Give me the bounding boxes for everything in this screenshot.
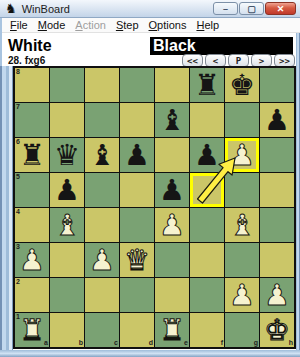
square-h5[interactable] bbox=[260, 173, 294, 207]
white-king: ♚ bbox=[264, 313, 290, 347]
close-button[interactable]: ✕ bbox=[265, 2, 296, 15]
menu-help[interactable]: Help bbox=[191, 19, 224, 31]
chess-board: 8♜♚7♝♟♜6♛♝♟♟♟5♟♟4♝♟♝♟3♟♛2♟♟♜1abcd♜efg♚h bbox=[13, 66, 296, 349]
square-d6[interactable]: ♟ bbox=[120, 138, 154, 172]
file-label-f: f bbox=[221, 339, 223, 347]
square-a4[interactable]: 4 bbox=[15, 208, 49, 242]
square-h2[interactable]: ♟ bbox=[260, 278, 294, 312]
black-rook: ♜ bbox=[19, 138, 45, 172]
square-a8[interactable]: 8 bbox=[15, 68, 49, 102]
square-g7[interactable] bbox=[225, 103, 259, 137]
menu-action: Action bbox=[70, 19, 111, 31]
square-h1[interactable]: ♚h bbox=[260, 313, 294, 347]
menu-step[interactable]: Step bbox=[111, 19, 144, 31]
square-g8[interactable]: ♚ bbox=[225, 68, 259, 102]
file-label-c: c bbox=[114, 339, 118, 347]
square-d4[interactable] bbox=[120, 208, 154, 242]
player-black-label: Black bbox=[150, 37, 196, 55]
square-c3[interactable]: ♟ bbox=[85, 243, 119, 277]
square-f7[interactable] bbox=[190, 103, 224, 137]
square-b3[interactable] bbox=[50, 243, 84, 277]
square-g6[interactable]: ♟ bbox=[225, 138, 259, 172]
square-c6[interactable]: ♝ bbox=[85, 138, 119, 172]
square-b4[interactable]: ♝ bbox=[50, 208, 84, 242]
window-border-right bbox=[296, 33, 300, 357]
square-g2[interactable]: ♟ bbox=[225, 278, 259, 312]
square-h4[interactable] bbox=[260, 208, 294, 242]
file-label-b: b bbox=[79, 339, 83, 347]
white-bishop: ♝ bbox=[229, 208, 255, 242]
square-h8[interactable] bbox=[260, 68, 294, 102]
square-g1[interactable]: g bbox=[225, 313, 259, 347]
window-border-left bbox=[0, 66, 13, 357]
white-rook: ♜ bbox=[159, 313, 185, 347]
maximize-button[interactable]: ▢ bbox=[239, 2, 264, 15]
square-a1[interactable]: ♜1a bbox=[15, 313, 49, 347]
rank-label-1: 1 bbox=[16, 313, 20, 321]
square-c7[interactable] bbox=[85, 103, 119, 137]
white-queen: ♛ bbox=[124, 243, 150, 277]
square-b6[interactable]: ♛ bbox=[50, 138, 84, 172]
player-black-box: Black bbox=[150, 37, 293, 55]
square-h7[interactable]: ♟ bbox=[260, 103, 294, 137]
square-c8[interactable] bbox=[85, 68, 119, 102]
square-d7[interactable] bbox=[120, 103, 154, 137]
white-pawn: ♟ bbox=[229, 278, 255, 312]
window-border-left-thin bbox=[0, 18, 2, 66]
black-queen: ♛ bbox=[54, 138, 80, 172]
square-a3[interactable]: ♟3 bbox=[15, 243, 49, 277]
white-pawn: ♟ bbox=[264, 278, 290, 312]
square-f1[interactable]: f bbox=[190, 313, 224, 347]
square-b8[interactable] bbox=[50, 68, 84, 102]
black-bishop: ♝ bbox=[159, 103, 185, 137]
black-pawn: ♟ bbox=[159, 173, 185, 207]
square-a7[interactable]: 7 bbox=[15, 103, 49, 137]
square-f2[interactable] bbox=[190, 278, 224, 312]
black-pawn: ♟ bbox=[194, 138, 220, 172]
square-e3[interactable] bbox=[155, 243, 189, 277]
rank-label-8: 8 bbox=[16, 68, 20, 76]
square-e4[interactable]: ♟ bbox=[155, 208, 189, 242]
menu-mode[interactable]: Mode bbox=[33, 19, 71, 31]
square-e8[interactable] bbox=[155, 68, 189, 102]
black-pawn: ♟ bbox=[264, 103, 290, 137]
black-bishop: ♝ bbox=[89, 138, 115, 172]
square-c2[interactable] bbox=[85, 278, 119, 312]
last-move-text: 28. fxg6 bbox=[8, 55, 45, 66]
window-title: WinBoard bbox=[22, 3, 70, 15]
square-c5[interactable] bbox=[85, 173, 119, 207]
square-c4[interactable] bbox=[85, 208, 119, 242]
square-d1[interactable]: d bbox=[120, 313, 154, 347]
rank-label-6: 6 bbox=[16, 138, 20, 146]
white-bishop: ♝ bbox=[54, 208, 80, 242]
white-pawn: ♟ bbox=[159, 208, 185, 242]
square-g3[interactable] bbox=[225, 243, 259, 277]
white-pawn: ♟ bbox=[19, 243, 45, 277]
square-b1[interactable]: b bbox=[50, 313, 84, 347]
square-e7[interactable]: ♝ bbox=[155, 103, 189, 137]
square-e1[interactable]: ♜e bbox=[155, 313, 189, 347]
window-border-bottom bbox=[0, 350, 300, 357]
square-d2[interactable] bbox=[120, 278, 154, 312]
menu-options[interactable]: Options bbox=[144, 19, 192, 31]
white-rook: ♜ bbox=[19, 313, 45, 347]
square-g4[interactable]: ♝ bbox=[225, 208, 259, 242]
square-g5[interactable] bbox=[225, 173, 259, 207]
black-pawn: ♟ bbox=[54, 173, 80, 207]
square-e6[interactable] bbox=[155, 138, 189, 172]
rank-label-2: 2 bbox=[16, 278, 20, 286]
square-f3[interactable] bbox=[190, 243, 224, 277]
square-c1[interactable]: c bbox=[85, 313, 119, 347]
menu-bar: FileModeActionStepOptionsHelp bbox=[0, 18, 300, 33]
square-h3[interactable] bbox=[260, 243, 294, 277]
minimize-button[interactable]: – bbox=[213, 2, 238, 15]
file-label-d: d bbox=[149, 339, 153, 347]
window-controls: –▢✕ bbox=[213, 2, 296, 15]
black-king: ♚ bbox=[229, 68, 255, 102]
square-a6[interactable]: ♜6 bbox=[15, 138, 49, 172]
rank-label-4: 4 bbox=[16, 208, 20, 216]
square-f8[interactable]: ♜ bbox=[190, 68, 224, 102]
square-e5[interactable]: ♟ bbox=[155, 173, 189, 207]
square-h6[interactable] bbox=[260, 138, 294, 172]
rank-label-5: 5 bbox=[16, 173, 20, 181]
file-label-a: a bbox=[44, 339, 48, 347]
square-f5[interactable] bbox=[190, 173, 224, 207]
black-pawn: ♟ bbox=[124, 138, 150, 172]
square-a5[interactable]: 5 bbox=[15, 173, 49, 207]
square-d8[interactable] bbox=[120, 68, 154, 102]
menu-file[interactable]: File bbox=[5, 19, 33, 31]
square-a2[interactable]: 2 bbox=[15, 278, 49, 312]
winboard-knight-icon: ♞ bbox=[5, 2, 17, 15]
black-rook: ♜ bbox=[194, 68, 220, 102]
square-d5[interactable] bbox=[120, 173, 154, 207]
rank-label-7: 7 bbox=[16, 103, 20, 111]
file-label-g: g bbox=[254, 339, 258, 347]
file-label-h: h bbox=[289, 339, 293, 347]
square-b7[interactable] bbox=[50, 103, 84, 137]
square-b5[interactable]: ♟ bbox=[50, 173, 84, 207]
square-e2[interactable] bbox=[155, 278, 189, 312]
square-d3[interactable]: ♛ bbox=[120, 243, 154, 277]
rank-label-3: 3 bbox=[16, 243, 20, 251]
white-pawn: ♟ bbox=[229, 138, 255, 172]
square-f6[interactable]: ♟ bbox=[190, 138, 224, 172]
square-b2[interactable] bbox=[50, 278, 84, 312]
title-bar[interactable]: ♞ WinBoard –▢✕ bbox=[0, 0, 300, 18]
player-white-label: White bbox=[8, 37, 52, 55]
white-pawn: ♟ bbox=[89, 243, 115, 277]
file-label-e: e bbox=[184, 339, 188, 347]
winboard-window: ♞ WinBoard –▢✕ FileModeActionStepOptions… bbox=[0, 0, 300, 357]
square-f4[interactable] bbox=[190, 208, 224, 242]
